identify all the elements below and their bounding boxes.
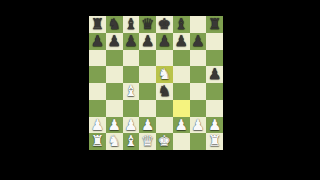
piece-white-pawn[interactable]: ♟ <box>191 116 204 133</box>
square-g3[interactable] <box>190 100 207 117</box>
square-d5[interactable] <box>139 66 156 83</box>
square-c2[interactable]: ♟ <box>123 117 140 134</box>
square-h1[interactable]: ♜ <box>206 133 223 150</box>
letterbox-background: ♜♞♝♛♚♝♜♟♟♟♟♟♟♟♞♟♝♞♟♟♟♟♟♟♟♜♞♝♛♚♜ <box>0 0 320 180</box>
square-b3[interactable] <box>106 100 123 117</box>
piece-white-rook[interactable]: ♜ <box>91 133 104 150</box>
piece-black-bishop[interactable]: ♝ <box>124 16 137 33</box>
piece-white-pawn[interactable]: ♟ <box>174 116 187 133</box>
square-a5[interactable] <box>89 66 106 83</box>
square-c5[interactable] <box>123 66 140 83</box>
piece-white-pawn[interactable]: ♟ <box>124 116 137 133</box>
square-a4[interactable] <box>89 83 106 100</box>
square-g7[interactable]: ♟ <box>190 33 207 50</box>
piece-black-pawn[interactable]: ♟ <box>91 32 104 49</box>
piece-black-knight[interactable]: ♞ <box>107 16 120 33</box>
piece-white-pawn[interactable]: ♟ <box>107 116 120 133</box>
square-f2[interactable]: ♟ <box>173 117 190 134</box>
square-d3[interactable] <box>139 100 156 117</box>
piece-black-pawn[interactable]: ♟ <box>158 32 171 49</box>
square-h8[interactable]: ♜ <box>206 16 223 33</box>
piece-white-king[interactable]: ♚ <box>158 133 171 150</box>
square-a6[interactable] <box>89 50 106 67</box>
piece-white-bishop[interactable]: ♝ <box>124 83 137 100</box>
piece-white-queen[interactable]: ♛ <box>141 133 154 150</box>
square-h3[interactable] <box>206 100 223 117</box>
square-f1[interactable] <box>173 133 190 150</box>
square-e5[interactable]: ♞ <box>156 66 173 83</box>
square-f5[interactable] <box>173 66 190 83</box>
square-h5[interactable]: ♟ <box>206 66 223 83</box>
square-h2[interactable]: ♟ <box>206 117 223 134</box>
square-c8[interactable]: ♝ <box>123 16 140 33</box>
piece-black-knight[interactable]: ♞ <box>158 83 171 100</box>
square-f6[interactable] <box>173 50 190 67</box>
piece-black-pawn[interactable]: ♟ <box>141 32 154 49</box>
square-g4[interactable] <box>190 83 207 100</box>
square-a1[interactable]: ♜ <box>89 133 106 150</box>
square-a3[interactable] <box>89 100 106 117</box>
piece-white-bishop[interactable]: ♝ <box>124 133 137 150</box>
square-d8[interactable]: ♛ <box>139 16 156 33</box>
square-e6[interactable] <box>156 50 173 67</box>
piece-black-queen[interactable]: ♛ <box>141 16 154 33</box>
square-h4[interactable] <box>206 83 223 100</box>
square-a7[interactable]: ♟ <box>89 33 106 50</box>
square-h7[interactable] <box>206 33 223 50</box>
square-b8[interactable]: ♞ <box>106 16 123 33</box>
piece-black-bishop[interactable]: ♝ <box>174 16 187 33</box>
square-d2[interactable]: ♟ <box>139 117 156 134</box>
piece-black-pawn[interactable]: ♟ <box>174 32 187 49</box>
square-g6[interactable] <box>190 50 207 67</box>
square-b2[interactable]: ♟ <box>106 117 123 134</box>
square-g5[interactable] <box>190 66 207 83</box>
square-e2[interactable] <box>156 117 173 134</box>
piece-white-knight[interactable]: ♞ <box>158 66 171 83</box>
chess-board: ♜♞♝♛♚♝♜♟♟♟♟♟♟♟♞♟♝♞♟♟♟♟♟♟♟♜♞♝♛♚♜ <box>89 16 223 150</box>
square-e4[interactable]: ♞ <box>156 83 173 100</box>
square-c6[interactable] <box>123 50 140 67</box>
piece-white-knight[interactable]: ♞ <box>107 133 120 150</box>
square-d4[interactable] <box>139 83 156 100</box>
square-f8[interactable]: ♝ <box>173 16 190 33</box>
piece-black-rook[interactable]: ♜ <box>91 16 104 33</box>
square-a2[interactable]: ♟ <box>89 117 106 134</box>
piece-white-rook[interactable]: ♜ <box>208 133 221 150</box>
piece-black-pawn[interactable]: ♟ <box>191 32 204 49</box>
square-d7[interactable]: ♟ <box>139 33 156 50</box>
piece-black-rook[interactable]: ♜ <box>208 16 221 33</box>
square-a8[interactable]: ♜ <box>89 16 106 33</box>
square-b6[interactable] <box>106 50 123 67</box>
square-c4[interactable]: ♝ <box>123 83 140 100</box>
piece-white-pawn[interactable]: ♟ <box>141 116 154 133</box>
square-b1[interactable]: ♞ <box>106 133 123 150</box>
piece-black-king[interactable]: ♚ <box>158 16 171 33</box>
piece-white-pawn[interactable]: ♟ <box>208 116 221 133</box>
square-f7[interactable]: ♟ <box>173 33 190 50</box>
square-e8[interactable]: ♚ <box>156 16 173 33</box>
square-g8[interactable] <box>190 16 207 33</box>
piece-black-pawn[interactable]: ♟ <box>107 32 120 49</box>
square-h6[interactable] <box>206 50 223 67</box>
square-f3[interactable] <box>173 100 190 117</box>
square-c3[interactable] <box>123 100 140 117</box>
square-d1[interactable]: ♛ <box>139 133 156 150</box>
square-b7[interactable]: ♟ <box>106 33 123 50</box>
piece-black-pawn[interactable]: ♟ <box>124 32 137 49</box>
square-f4[interactable] <box>173 83 190 100</box>
piece-white-pawn[interactable]: ♟ <box>91 116 104 133</box>
square-b5[interactable] <box>106 66 123 83</box>
square-c1[interactable]: ♝ <box>123 133 140 150</box>
piece-black-pawn[interactable]: ♟ <box>208 66 221 83</box>
square-b4[interactable] <box>106 83 123 100</box>
square-c7[interactable]: ♟ <box>123 33 140 50</box>
square-d6[interactable] <box>139 50 156 67</box>
square-e7[interactable]: ♟ <box>156 33 173 50</box>
square-e3[interactable] <box>156 100 173 117</box>
square-e1[interactable]: ♚ <box>156 133 173 150</box>
square-g2[interactable]: ♟ <box>190 117 207 134</box>
square-g1[interactable] <box>190 133 207 150</box>
